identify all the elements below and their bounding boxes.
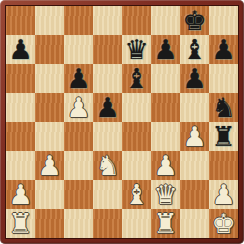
square-f2[interactable]: ♛	[151, 180, 180, 209]
black-pawn[interactable]: ♟	[95, 93, 119, 122]
square-a8[interactable]	[6, 6, 35, 35]
white-pawn[interactable]: ♟	[37, 151, 61, 180]
square-f8[interactable]	[151, 6, 180, 35]
square-d5[interactable]: ♟	[93, 93, 122, 122]
square-f4[interactable]	[151, 122, 180, 151]
square-h5[interactable]: ♞	[209, 93, 238, 122]
square-g5[interactable]	[180, 93, 209, 122]
square-d7[interactable]	[93, 35, 122, 64]
white-bishop[interactable]: ♝	[124, 180, 148, 209]
square-d8[interactable]	[93, 6, 122, 35]
square-a7[interactable]: ♟	[6, 35, 35, 64]
square-f1[interactable]: ♜	[151, 209, 180, 238]
square-f6[interactable]	[151, 64, 180, 93]
square-a6[interactable]	[6, 64, 35, 93]
square-e5[interactable]	[122, 93, 151, 122]
square-e4[interactable]	[122, 122, 151, 151]
square-g8[interactable]: ♚	[180, 6, 209, 35]
square-c3[interactable]	[64, 151, 93, 180]
square-a1[interactable]: ♜	[6, 209, 35, 238]
square-b1[interactable]	[35, 209, 64, 238]
square-d6[interactable]	[93, 64, 122, 93]
white-pawn[interactable]: ♟	[182, 122, 206, 151]
square-b2[interactable]	[35, 180, 64, 209]
black-pawn[interactable]: ♟	[182, 64, 206, 93]
square-e3[interactable]	[122, 151, 151, 180]
white-pawn[interactable]: ♟	[8, 180, 32, 209]
square-c4[interactable]	[64, 122, 93, 151]
square-a5[interactable]	[6, 93, 35, 122]
square-d3[interactable]: ♞	[93, 151, 122, 180]
square-h4[interactable]: ♜	[209, 122, 238, 151]
square-d1[interactable]	[93, 209, 122, 238]
square-h6[interactable]	[209, 64, 238, 93]
white-queen[interactable]: ♛	[153, 180, 177, 209]
square-h7[interactable]: ♟	[209, 35, 238, 64]
black-bishop[interactable]: ♝	[124, 64, 148, 93]
square-e7[interactable]: ♛	[122, 35, 151, 64]
black-rook[interactable]: ♜	[211, 122, 235, 151]
board-frame: ♚♟♛♟♝♟♟♝♟♟♟♞♟♜♟♞♟♟♝♛♟♜♜♚	[0, 0, 244, 244]
square-g2[interactable]	[180, 180, 209, 209]
square-b5[interactable]	[35, 93, 64, 122]
square-b4[interactable]	[35, 122, 64, 151]
black-king[interactable]: ♚	[182, 6, 206, 35]
square-h1[interactable]: ♚	[209, 209, 238, 238]
square-b7[interactable]	[35, 35, 64, 64]
black-pawn[interactable]: ♟	[66, 64, 90, 93]
square-c6[interactable]: ♟	[64, 64, 93, 93]
square-f3[interactable]: ♟	[151, 151, 180, 180]
square-g7[interactable]: ♝	[180, 35, 209, 64]
black-queen[interactable]: ♛	[124, 35, 148, 64]
square-d4[interactable]	[93, 122, 122, 151]
white-pawn[interactable]: ♟	[66, 93, 90, 122]
square-c1[interactable]	[64, 209, 93, 238]
square-f7[interactable]: ♟	[151, 35, 180, 64]
black-pawn[interactable]: ♟	[8, 35, 32, 64]
white-pawn[interactable]: ♟	[153, 151, 177, 180]
square-h3[interactable]	[209, 151, 238, 180]
square-b8[interactable]	[35, 6, 64, 35]
square-g1[interactable]	[180, 209, 209, 238]
square-d2[interactable]	[93, 180, 122, 209]
square-h8[interactable]	[209, 6, 238, 35]
black-knight[interactable]: ♞	[211, 93, 235, 122]
square-a3[interactable]	[6, 151, 35, 180]
white-knight[interactable]: ♞	[95, 151, 119, 180]
square-f5[interactable]	[151, 93, 180, 122]
square-e1[interactable]	[122, 209, 151, 238]
square-c7[interactable]	[64, 35, 93, 64]
white-rook[interactable]: ♜	[8, 209, 32, 238]
white-rook[interactable]: ♜	[153, 209, 177, 238]
square-c5[interactable]: ♟	[64, 93, 93, 122]
square-a4[interactable]	[6, 122, 35, 151]
black-bishop[interactable]: ♝	[182, 35, 206, 64]
square-g6[interactable]: ♟	[180, 64, 209, 93]
black-pawn[interactable]: ♟	[211, 35, 235, 64]
square-e6[interactable]: ♝	[122, 64, 151, 93]
white-king[interactable]: ♚	[211, 209, 235, 238]
square-h2[interactable]: ♟	[209, 180, 238, 209]
square-b3[interactable]: ♟	[35, 151, 64, 180]
white-pawn[interactable]: ♟	[211, 180, 235, 209]
chess-board: ♚♟♛♟♝♟♟♝♟♟♟♞♟♜♟♞♟♟♝♛♟♜♜♚	[6, 6, 238, 238]
square-e2[interactable]: ♝	[122, 180, 151, 209]
square-g3[interactable]	[180, 151, 209, 180]
square-c8[interactable]	[64, 6, 93, 35]
black-pawn[interactable]: ♟	[153, 35, 177, 64]
square-a2[interactable]: ♟	[6, 180, 35, 209]
square-c2[interactable]	[64, 180, 93, 209]
square-b6[interactable]	[35, 64, 64, 93]
square-e8[interactable]	[122, 6, 151, 35]
square-g4[interactable]: ♟	[180, 122, 209, 151]
